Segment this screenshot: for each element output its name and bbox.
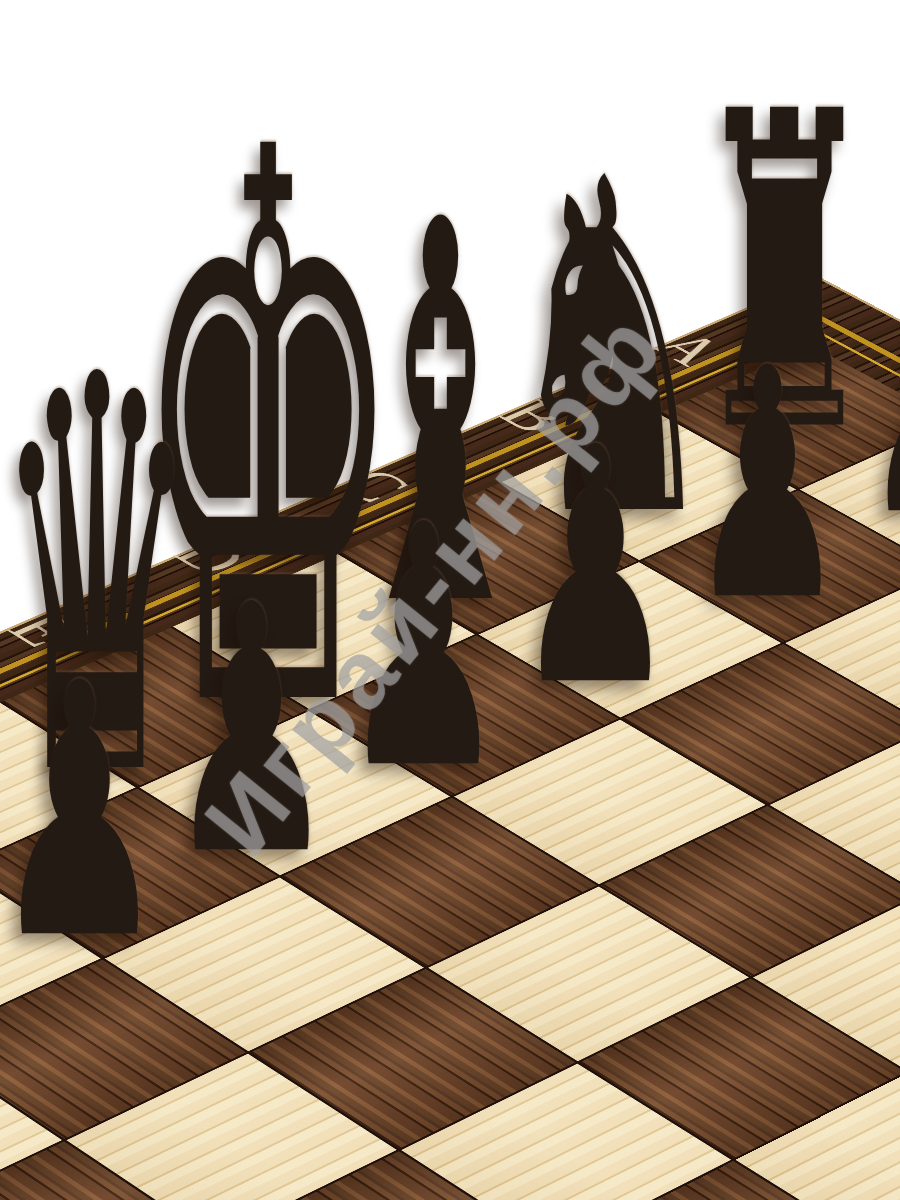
black-pawn-b7[interactable]: ♟: [678, 327, 856, 644]
black-pawn-g7[interactable]: ♟: [0, 716, 7, 1073]
chess-product-photo: ABCDEFGH ♜♞♟♝♟♚♟♛♟♝♟♟♟ Играй-нн.рф: [0, 0, 900, 1200]
black-pawn-f7[interactable]: ♟: [0, 638, 177, 987]
black-pawn-a7[interactable]: ♟: [852, 249, 900, 558]
